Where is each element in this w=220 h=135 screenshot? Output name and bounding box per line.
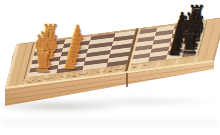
chess-set-photo: ♜♞♝♛♚♝♞♜♟♟♟♟♟♟♟♟♟♟♟♟♟♟♟♟♜♞♝♛♚♝♞♜	[0, 0, 220, 135]
black-pawn-h7: ♟	[167, 39, 181, 59]
pieces-layer: ♜♞♝♛♚♝♞♜♟♟♟♟♟♟♟♟♟♟♟♟♟♟♟♟♜♞♝♛♚♝♞♜	[0, 0, 220, 135]
white-rook-h1: ♜	[33, 51, 52, 77]
white-pawn-h2: ♟	[63, 53, 77, 73]
